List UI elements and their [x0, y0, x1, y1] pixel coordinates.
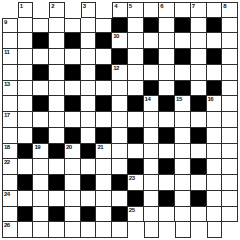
- black-cell: [96, 128, 112, 144]
- grid-cell[interactable]: 22: [2, 159, 18, 175]
- black-cell: [159, 159, 175, 175]
- grid-cell[interactable]: [191, 144, 207, 160]
- grid-cell[interactable]: [128, 65, 144, 81]
- grid-cell[interactable]: [175, 191, 191, 207]
- grid-cell[interactable]: [175, 112, 191, 128]
- black-cell: [191, 191, 207, 207]
- black-cell: [33, 96, 49, 112]
- grid-cell[interactable]: [2, 207, 18, 223]
- grid-cell[interactable]: [175, 65, 191, 81]
- grid-cell[interactable]: 7: [191, 2, 207, 18]
- grid-cell[interactable]: [144, 159, 160, 175]
- black-cell: [33, 33, 49, 49]
- black-cell: [159, 96, 175, 112]
- grid-cell[interactable]: [96, 207, 112, 223]
- grid-cell[interactable]: [96, 49, 112, 65]
- grid-cell[interactable]: [207, 65, 223, 81]
- grid-cell[interactable]: [144, 128, 160, 144]
- grid-cell[interactable]: 21: [96, 144, 112, 160]
- grid-cell[interactable]: [144, 33, 160, 49]
- grid-cell[interactable]: [49, 159, 65, 175]
- grid-cell[interactable]: [191, 65, 207, 81]
- grid-cell[interactable]: [175, 222, 191, 238]
- grid-cell[interactable]: 1: [18, 2, 34, 18]
- clue-number: 2: [51, 3, 54, 10]
- black-cell: [65, 33, 81, 49]
- grid-cell[interactable]: [175, 128, 191, 144]
- void-cell: [96, 2, 112, 18]
- grid-cell[interactable]: [33, 159, 49, 175]
- grid-cell[interactable]: [175, 207, 191, 223]
- clue-number: 22: [4, 159, 10, 166]
- grid-cell[interactable]: [96, 222, 112, 238]
- black-cell: [128, 128, 144, 144]
- grid-cell[interactable]: [159, 33, 175, 49]
- grid-cell[interactable]: [175, 159, 191, 175]
- grid-cell[interactable]: [191, 112, 207, 128]
- black-cell: [49, 207, 65, 223]
- grid-cell[interactable]: [191, 33, 207, 49]
- black-cell: [144, 18, 160, 34]
- grid-cell[interactable]: [65, 18, 81, 34]
- clue-number: 18: [4, 144, 10, 151]
- grid-cell[interactable]: [207, 2, 223, 18]
- void-cell: [222, 222, 238, 238]
- grid-cell[interactable]: [96, 175, 112, 191]
- black-cell: [65, 65, 81, 81]
- black-cell: [144, 81, 160, 97]
- grid-cell[interactable]: 18: [2, 144, 18, 160]
- black-cell: [81, 144, 97, 160]
- grid-cell[interactable]: [18, 65, 34, 81]
- grid-cell[interactable]: [33, 81, 49, 97]
- grid-cell[interactable]: [222, 81, 238, 97]
- grid-cell[interactable]: 20: [65, 144, 81, 160]
- grid-cell[interactable]: [33, 191, 49, 207]
- clue-number: 15: [176, 96, 182, 103]
- grid-cell[interactable]: [2, 65, 18, 81]
- black-cell: [207, 49, 223, 65]
- grid-cell[interactable]: [222, 49, 238, 65]
- clue-number: 12: [113, 65, 119, 72]
- grid-cell[interactable]: [159, 207, 175, 223]
- grid-cell[interactable]: [207, 128, 223, 144]
- clue-number: 5: [129, 3, 132, 10]
- black-cell: [112, 18, 128, 34]
- grid-cell[interactable]: [112, 112, 128, 128]
- grid-cell[interactable]: [49, 33, 65, 49]
- black-cell: [18, 207, 34, 223]
- grid-cell[interactable]: [144, 65, 160, 81]
- grid-cell[interactable]: [112, 96, 128, 112]
- grid-cell[interactable]: [222, 159, 238, 175]
- grid-cell[interactable]: [65, 222, 81, 238]
- grid-cell[interactable]: [81, 65, 97, 81]
- black-cell: [81, 175, 97, 191]
- grid-cell[interactable]: [207, 222, 223, 238]
- grid-cell[interactable]: [81, 33, 97, 49]
- grid-cell[interactable]: [96, 191, 112, 207]
- grid-cell[interactable]: [191, 207, 207, 223]
- grid-cell[interactable]: 9: [2, 18, 18, 34]
- grid-cell[interactable]: 23: [128, 175, 144, 191]
- grid-cell[interactable]: [18, 159, 34, 175]
- void-cell: [33, 2, 49, 18]
- grid-cell[interactable]: [159, 49, 175, 65]
- void-cell: [191, 222, 207, 238]
- black-cell: [128, 96, 144, 112]
- grid-cell[interactable]: [112, 144, 128, 160]
- grid-cell[interactable]: [18, 49, 34, 65]
- black-cell: [65, 96, 81, 112]
- grid-cell[interactable]: [128, 144, 144, 160]
- grid-cell[interactable]: [222, 175, 238, 191]
- black-cell: [175, 81, 191, 97]
- grid-cell[interactable]: [18, 33, 34, 49]
- grid-cell[interactable]: [159, 81, 175, 97]
- grid-cell[interactable]: [128, 49, 144, 65]
- grid-cell[interactable]: [65, 81, 81, 97]
- black-cell: [49, 175, 65, 191]
- grid-cell[interactable]: [222, 33, 238, 49]
- grid-cell[interactable]: [128, 33, 144, 49]
- grid-cell[interactable]: [65, 191, 81, 207]
- grid-cell[interactable]: [2, 128, 18, 144]
- void-cell: [2, 2, 18, 18]
- grid-cell[interactable]: [207, 144, 223, 160]
- grid-cell[interactable]: [175, 175, 191, 191]
- black-cell: [112, 49, 128, 65]
- grid-cell[interactable]: [144, 144, 160, 160]
- black-cell: [33, 128, 49, 144]
- grid-cell[interactable]: [207, 191, 223, 207]
- void-cell: [128, 222, 144, 238]
- grid-cell[interactable]: [191, 175, 207, 191]
- grid-cell[interactable]: [191, 81, 207, 97]
- grid-cell[interactable]: 26: [2, 222, 18, 238]
- grid-cell[interactable]: [49, 81, 65, 97]
- grid-cell[interactable]: [112, 128, 128, 144]
- grid-cell[interactable]: [81, 191, 97, 207]
- grid-cell[interactable]: [33, 18, 49, 34]
- grid-cell[interactable]: [2, 33, 18, 49]
- black-cell: [175, 18, 191, 34]
- grid-cell[interactable]: [49, 112, 65, 128]
- grid-cell[interactable]: [112, 191, 128, 207]
- clue-number: 6: [160, 3, 163, 10]
- black-cell: [112, 175, 128, 191]
- grid-cell[interactable]: [18, 96, 34, 112]
- grid-cell[interactable]: [96, 112, 112, 128]
- black-cell: [144, 49, 160, 65]
- black-cell: [207, 18, 223, 34]
- black-cell: [175, 49, 191, 65]
- grid-cell[interactable]: [159, 112, 175, 128]
- grid-cell[interactable]: 19: [33, 144, 49, 160]
- grid-cell[interactable]: [191, 18, 207, 34]
- grid-cell[interactable]: [18, 81, 34, 97]
- grid-cell[interactable]: [2, 96, 18, 112]
- grid-cell[interactable]: [112, 159, 128, 175]
- grid-cell[interactable]: [81, 49, 97, 65]
- grid-cell[interactable]: [144, 222, 160, 238]
- grid-cell[interactable]: [65, 112, 81, 128]
- grid-cell[interactable]: 10: [112, 33, 128, 49]
- grid-cell[interactable]: 2: [49, 2, 65, 18]
- clue-number: 13: [4, 81, 10, 88]
- grid-cell[interactable]: [128, 18, 144, 34]
- grid-cell[interactable]: [222, 128, 238, 144]
- grid-cell[interactable]: [159, 175, 175, 191]
- grid-cell[interactable]: [33, 112, 49, 128]
- black-cell: [112, 207, 128, 223]
- clue-number: 1: [20, 3, 23, 10]
- black-cell: [96, 33, 112, 49]
- grid-cell[interactable]: [207, 159, 223, 175]
- clue-number: 20: [66, 144, 72, 151]
- grid-cell[interactable]: [33, 207, 49, 223]
- black-cell: [33, 65, 49, 81]
- grid-cell[interactable]: [159, 65, 175, 81]
- clue-number: 3: [83, 3, 86, 10]
- grid-cell[interactable]: 4: [112, 2, 128, 18]
- grid-cell[interactable]: [175, 144, 191, 160]
- clue-number: 11: [4, 49, 9, 56]
- grid-cell[interactable]: [112, 81, 128, 97]
- grid-cell[interactable]: [49, 65, 65, 81]
- black-cell: [128, 159, 144, 175]
- grid-cell[interactable]: [65, 175, 81, 191]
- grid-cell[interactable]: [18, 18, 34, 34]
- grid-cell[interactable]: [96, 81, 112, 97]
- black-cell: [191, 128, 207, 144]
- grid-cell[interactable]: [128, 81, 144, 97]
- black-cell: [191, 159, 207, 175]
- grid-cell[interactable]: [33, 49, 49, 65]
- crossword-grid: 1234567891011121314151617181920212223242…: [2, 2, 238, 238]
- grid-cell[interactable]: [222, 96, 238, 112]
- black-cell: [81, 207, 97, 223]
- black-cell: [191, 96, 207, 112]
- grid-cell[interactable]: 6: [159, 2, 175, 18]
- clue-number: 7: [192, 3, 195, 10]
- grid-cell[interactable]: [81, 96, 97, 112]
- clue-number: 4: [114, 3, 117, 10]
- grid-cell[interactable]: 12: [112, 65, 128, 81]
- grid-cell[interactable]: [144, 175, 160, 191]
- grid-cell[interactable]: [207, 207, 223, 223]
- grid-cell[interactable]: 5: [128, 2, 144, 18]
- grid-cell[interactable]: [49, 222, 65, 238]
- grid-cell[interactable]: [159, 144, 175, 160]
- grid-cell[interactable]: [81, 18, 97, 34]
- grid-cell[interactable]: [207, 112, 223, 128]
- grid-cell[interactable]: [49, 96, 65, 112]
- black-cell: [159, 191, 175, 207]
- clue-number: 23: [129, 175, 135, 182]
- grid-cell[interactable]: 3: [81, 2, 97, 18]
- black-cell: [96, 65, 112, 81]
- grid-cell[interactable]: 8: [222, 2, 238, 18]
- grid-cell[interactable]: [49, 49, 65, 65]
- grid-cell[interactable]: [222, 207, 238, 223]
- grid-cell[interactable]: [33, 222, 49, 238]
- grid-cell[interactable]: [144, 112, 160, 128]
- grid-cell[interactable]: [207, 175, 223, 191]
- grid-cell[interactable]: [175, 33, 191, 49]
- grid-cell[interactable]: [49, 191, 65, 207]
- grid-cell[interactable]: [33, 175, 49, 191]
- black-cell: [96, 96, 112, 112]
- grid-cell[interactable]: [81, 159, 97, 175]
- grid-cell[interactable]: [175, 2, 191, 18]
- clue-number: 24: [4, 191, 10, 198]
- grid-cell[interactable]: [144, 207, 160, 223]
- grid-cell[interactable]: [207, 33, 223, 49]
- grid-cell[interactable]: [96, 18, 112, 34]
- grid-cell[interactable]: [81, 222, 97, 238]
- clue-number: 17: [4, 112, 10, 119]
- black-cell: [65, 128, 81, 144]
- grid-cell[interactable]: [65, 207, 81, 223]
- clue-number: 25: [129, 207, 135, 214]
- grid-cell[interactable]: [18, 191, 34, 207]
- grid-cell[interactable]: [18, 128, 34, 144]
- grid-cell[interactable]: [112, 222, 128, 238]
- grid-cell[interactable]: 11: [2, 49, 18, 65]
- grid-cell[interactable]: 14: [144, 96, 160, 112]
- grid-cell[interactable]: [49, 128, 65, 144]
- grid-cell[interactable]: 17: [2, 112, 18, 128]
- clue-number: 19: [34, 144, 40, 151]
- void-cell: [159, 222, 175, 238]
- grid-cell[interactable]: [128, 112, 144, 128]
- grid-cell[interactable]: 24: [2, 191, 18, 207]
- black-cell: [128, 191, 144, 207]
- clue-number: 9: [4, 19, 7, 26]
- grid-cell[interactable]: [96, 159, 112, 175]
- black-cell: [18, 144, 34, 160]
- grid-cell[interactable]: [222, 144, 238, 160]
- grid-cell[interactable]: [222, 112, 238, 128]
- clue-number: 21: [97, 144, 103, 151]
- clue-number: 26: [4, 222, 10, 229]
- grid-cell[interactable]: [65, 159, 81, 175]
- grid-cell[interactable]: 15: [175, 96, 191, 112]
- void-cell: [65, 2, 81, 18]
- grid-cell[interactable]: [144, 191, 160, 207]
- grid-cell[interactable]: [159, 18, 175, 34]
- black-cell: [207, 81, 223, 97]
- grid-cell[interactable]: [144, 2, 160, 18]
- clue-number: 14: [145, 96, 151, 103]
- grid-cell[interactable]: [222, 18, 238, 34]
- grid-cell[interactable]: [81, 81, 97, 97]
- grid-cell[interactable]: [81, 128, 97, 144]
- black-cell: [49, 144, 65, 160]
- grid-cell[interactable]: [81, 112, 97, 128]
- grid-cell[interactable]: [65, 49, 81, 65]
- clue-number: 8: [223, 3, 226, 10]
- grid-cell[interactable]: [18, 222, 34, 238]
- clue-number: 10: [113, 33, 119, 40]
- grid-cell[interactable]: [18, 112, 34, 128]
- grid-cell[interactable]: [2, 175, 18, 191]
- clue-number: 16: [208, 96, 214, 103]
- black-cell: [18, 175, 34, 191]
- grid-cell[interactable]: [191, 49, 207, 65]
- grid-cell[interactable]: [222, 65, 238, 81]
- black-cell: [159, 128, 175, 144]
- grid-cell[interactable]: 13: [2, 81, 18, 97]
- grid-cell[interactable]: 25: [128, 207, 144, 223]
- grid-cell[interactable]: [222, 191, 238, 207]
- grid-cell[interactable]: 16: [207, 96, 223, 112]
- grid-cell[interactable]: [49, 18, 65, 34]
